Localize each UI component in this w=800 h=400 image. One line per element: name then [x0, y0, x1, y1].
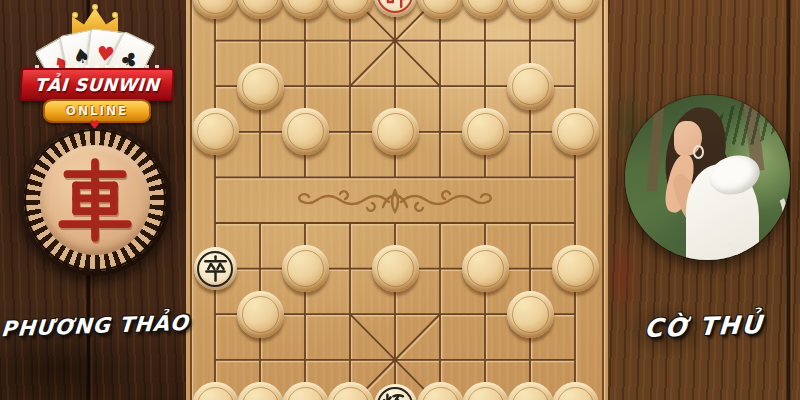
piece-character [382, 392, 409, 400]
river-ornament [285, 186, 505, 216]
medallion-face [40, 145, 150, 255]
player-avatar[interactable] [625, 95, 790, 260]
piece-character [382, 0, 409, 9]
site-subtitle: ONLINE [66, 104, 129, 118]
xiangqi-piece[interactable] [372, 108, 419, 155]
xiangqi-piece[interactable] [552, 108, 599, 155]
xiangqi-piece[interactable] [462, 245, 509, 292]
chariot-medallion [19, 124, 171, 276]
chariot-character [52, 157, 138, 243]
promo-banner: ♦ ♠ ♥ ♣ TẢI SUNWIN ONLINE ♥ PHƯƠNG THẢO … [0, 0, 800, 400]
xiangqi-piece[interactable] [282, 245, 329, 292]
xiangqi-piece[interactable] [237, 291, 284, 338]
heart-icon: ♥ [89, 118, 100, 132]
xiangqi-board [186, 0, 608, 400]
xiangqi-piece[interactable] [372, 245, 419, 292]
xiangqi-piece[interactable] [552, 245, 599, 292]
sunwin-logo[interactable]: ♦ ♠ ♥ ♣ TẢI SUNWIN ONLINE ♥ [20, 6, 170, 128]
xiangqi-piece[interactable] [237, 63, 284, 110]
xiangqi-piece[interactable] [507, 63, 554, 110]
black-soldier-piece[interactable] [194, 247, 237, 290]
xiangqi-piece[interactable] [462, 108, 509, 155]
site-title: TẢI SUNWIN [34, 75, 160, 95]
xiangqi-piece[interactable] [282, 108, 329, 155]
xiangqi-piece[interactable] [507, 291, 554, 338]
earring [693, 145, 704, 159]
xiangqi-piece[interactable] [192, 108, 239, 155]
site-title-banner: TẢI SUNWIN [19, 68, 175, 101]
piece-character [202, 255, 229, 282]
